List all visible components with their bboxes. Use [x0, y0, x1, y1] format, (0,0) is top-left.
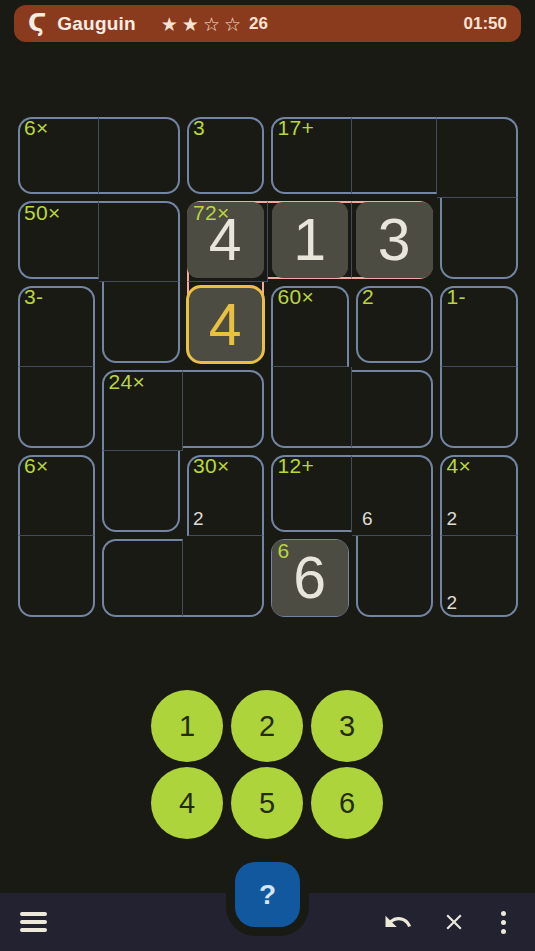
numpad-button-5[interactable]: 5: [231, 767, 303, 839]
cage-clue: 4×: [447, 454, 472, 478]
cell-r2c1[interactable]: 50×: [14, 198, 99, 283]
cage-border: [271, 367, 352, 448]
cell-r5c5[interactable]: 6: [352, 451, 437, 536]
cell-value: 1: [268, 198, 353, 283]
cell-r2c4[interactable]: 1: [268, 198, 353, 283]
cell-r1c2[interactable]: [99, 113, 184, 198]
cell-r6c1[interactable]: [14, 536, 99, 621]
cell-r1c6[interactable]: [437, 113, 522, 198]
cell-r3c3[interactable]: 4: [183, 282, 268, 367]
cage-border: [440, 367, 518, 448]
cage-border: [99, 117, 180, 195]
cell-r1c3[interactable]: 3: [183, 113, 268, 198]
pencil-marks: 2: [447, 508, 458, 530]
numpad: 1 2 3 4 5 6: [151, 690, 383, 839]
cage-clue: 50×: [24, 201, 61, 225]
undo-icon[interactable]: [378, 893, 418, 951]
cage-border: [183, 370, 264, 448]
cage-border: [18, 536, 96, 617]
cell-r5c2[interactable]: [99, 451, 184, 536]
cage-border: [356, 536, 434, 617]
cell-r5c4[interactable]: 12+: [268, 451, 353, 536]
cell-r2c2[interactable]: [99, 198, 184, 283]
cell-r4c3[interactable]: [183, 367, 268, 452]
pencil-marks: 2: [193, 508, 204, 530]
cell-r3c1[interactable]: 3-: [14, 282, 99, 367]
cell-r3c5[interactable]: 2: [352, 282, 437, 367]
cage-border: [352, 370, 433, 448]
numpad-button-4[interactable]: 4: [151, 767, 223, 839]
cage-clue: 72×: [193, 201, 230, 225]
cage-clue: 60×: [278, 285, 315, 309]
cell-r6c6[interactable]: 2: [437, 536, 522, 621]
cage-border: [183, 536, 264, 617]
cell-r2c3[interactable]: 72×4: [183, 198, 268, 283]
cage-clue: 6: [278, 539, 290, 563]
cell-r6c5[interactable]: [352, 536, 437, 621]
cage-clue: 1-: [447, 285, 466, 309]
pencil-marks: 6: [362, 508, 373, 530]
gauguin-app-screen: Ϛ Gauguin ★★☆☆ 26 01:50 6×317+50×72×4133…: [0, 0, 535, 951]
cell-r6c3[interactable]: [183, 536, 268, 621]
cell-value: 4: [183, 282, 268, 367]
cage-clue: 2: [362, 285, 374, 309]
cell-r2c6[interactable]: [437, 198, 522, 283]
cell-r3c2[interactable]: [99, 282, 184, 367]
cage-border: [440, 198, 518, 279]
cage-border: [102, 539, 183, 617]
cell-r4c1[interactable]: [14, 367, 99, 452]
cell-r1c1[interactable]: 6×: [14, 113, 99, 198]
cell-r6c2[interactable]: [99, 536, 184, 621]
cell-r1c4[interactable]: 17+: [268, 113, 353, 198]
gauguin-logo-icon: Ϛ: [28, 10, 46, 35]
cell-r6c4[interactable]: 66: [268, 536, 353, 621]
hint-help-button[interactable]: ?: [235, 862, 300, 927]
top-app-bar: Ϛ Gauguin ★★☆☆ 26 01:50: [14, 5, 521, 42]
puzzle-board: 6×317+50×72×4133-460×21-24×6×30×212+64×2…: [14, 113, 521, 620]
cell-r1c5[interactable]: [352, 113, 437, 198]
cell-r5c1[interactable]: 6×: [14, 451, 99, 536]
cage-clue: 17+: [278, 116, 315, 140]
cell-r4c5[interactable]: [352, 367, 437, 452]
cage-clue: 3: [193, 116, 205, 140]
cell-r4c6[interactable]: [437, 367, 522, 452]
cell-r3c4[interactable]: 60×: [268, 282, 353, 367]
cage-border: [102, 451, 180, 532]
question-mark-icon: ?: [259, 879, 276, 911]
cell-r5c6[interactable]: 4×2: [437, 451, 522, 536]
game-timer: 01:50: [464, 14, 507, 34]
app-title: Gauguin: [57, 13, 135, 35]
cage-border: [437, 117, 518, 198]
cage-clue: 12+: [278, 454, 315, 478]
pencil-marks: 2: [447, 592, 458, 614]
difficulty-stars-icon: ★★☆☆: [161, 13, 245, 35]
menu-icon[interactable]: [17, 893, 49, 951]
more-options-icon[interactable]: [489, 893, 517, 951]
cage-clue: 3-: [24, 285, 43, 309]
cell-r4c2[interactable]: 24×: [99, 367, 184, 452]
numpad-button-1[interactable]: 1: [151, 690, 223, 762]
difficulty-rating-value: 26: [249, 14, 268, 34]
cage-clue: 24×: [109, 370, 146, 394]
cage-clue: 30×: [193, 454, 230, 478]
cell-r5c3[interactable]: 30×2: [183, 451, 268, 536]
cage-clue: 6×: [24, 116, 49, 140]
numpad-button-2[interactable]: 2: [231, 690, 303, 762]
cell-r4c4[interactable]: [268, 367, 353, 452]
cell-value: 3: [352, 198, 437, 283]
numpad-button-3[interactable]: 3: [311, 690, 383, 762]
clear-cell-icon[interactable]: [434, 893, 474, 951]
numpad-button-6[interactable]: 6: [311, 767, 383, 839]
cage-border: [102, 282, 180, 363]
cell-r2c5[interactable]: 3: [352, 198, 437, 283]
cage-clue: 6×: [24, 454, 49, 478]
cage-border: [352, 117, 437, 195]
cage-border: [99, 201, 180, 282]
cage-border: [18, 367, 96, 448]
cell-r3c6[interactable]: 1-: [437, 282, 522, 367]
